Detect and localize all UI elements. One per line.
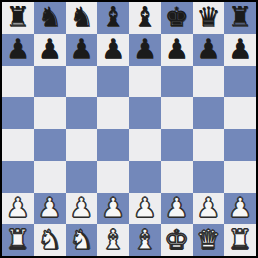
piece-black-pawn[interactable]: ♟ <box>6 35 30 62</box>
square-g4[interactable] <box>193 129 225 161</box>
piece-black-queen[interactable]: ♛ <box>196 3 220 30</box>
square-d3[interactable] <box>97 161 129 193</box>
piece-white-rook[interactable]: ♜ <box>228 226 252 253</box>
piece-black-pawn[interactable]: ♟ <box>196 35 220 62</box>
square-d1[interactable]: ♝ <box>97 224 129 256</box>
square-a4[interactable] <box>2 129 34 161</box>
square-c4[interactable] <box>66 129 98 161</box>
square-f8[interactable]: ♚ <box>161 2 193 34</box>
square-h5[interactable] <box>224 97 256 129</box>
piece-white-queen[interactable]: ♛ <box>196 226 220 253</box>
piece-black-pawn[interactable]: ♟ <box>228 35 252 62</box>
square-c7[interactable]: ♟ <box>66 34 98 66</box>
piece-white-knight[interactable]: ♞ <box>69 226 93 253</box>
square-d6[interactable] <box>97 66 129 98</box>
square-e6[interactable] <box>129 66 161 98</box>
square-c2[interactable]: ♟ <box>66 193 98 225</box>
piece-black-king[interactable]: ♚ <box>165 3 189 30</box>
piece-black-bishop[interactable]: ♝ <box>101 3 125 30</box>
square-e7[interactable]: ♟ <box>129 34 161 66</box>
square-c1[interactable]: ♞ <box>66 224 98 256</box>
piece-white-pawn[interactable]: ♟ <box>228 194 252 221</box>
square-b8[interactable]: ♞ <box>34 2 66 34</box>
square-h7[interactable]: ♟ <box>224 34 256 66</box>
square-f6[interactable] <box>161 66 193 98</box>
piece-white-knight[interactable]: ♞ <box>38 226 62 253</box>
square-c5[interactable] <box>66 97 98 129</box>
square-e8[interactable]: ♝ <box>129 2 161 34</box>
square-b1[interactable]: ♞ <box>34 224 66 256</box>
square-c6[interactable] <box>66 66 98 98</box>
square-b3[interactable] <box>34 161 66 193</box>
piece-white-rook[interactable]: ♜ <box>6 226 30 253</box>
square-g3[interactable] <box>193 161 225 193</box>
piece-white-bishop[interactable]: ♝ <box>133 226 157 253</box>
square-a1[interactable]: ♜ <box>2 224 34 256</box>
square-a8[interactable]: ♜ <box>2 2 34 34</box>
square-h1[interactable]: ♜ <box>224 224 256 256</box>
square-a2[interactable]: ♟ <box>2 193 34 225</box>
square-d7[interactable]: ♟ <box>97 34 129 66</box>
piece-black-pawn[interactable]: ♟ <box>101 35 125 62</box>
square-h3[interactable] <box>224 161 256 193</box>
piece-white-pawn[interactable]: ♟ <box>133 194 157 221</box>
piece-white-pawn[interactable]: ♟ <box>38 194 62 221</box>
piece-black-knight[interactable]: ♞ <box>69 3 93 30</box>
square-g6[interactable] <box>193 66 225 98</box>
square-f2[interactable]: ♟ <box>161 193 193 225</box>
square-d8[interactable]: ♝ <box>97 2 129 34</box>
piece-black-bishop[interactable]: ♝ <box>133 3 157 30</box>
square-h6[interactable] <box>224 66 256 98</box>
square-e2[interactable]: ♟ <box>129 193 161 225</box>
piece-black-knight[interactable]: ♞ <box>38 3 62 30</box>
square-d5[interactable] <box>97 97 129 129</box>
square-a3[interactable] <box>2 161 34 193</box>
square-e1[interactable]: ♝ <box>129 224 161 256</box>
square-h2[interactable]: ♟ <box>224 193 256 225</box>
square-a5[interactable] <box>2 97 34 129</box>
piece-black-pawn[interactable]: ♟ <box>165 35 189 62</box>
square-f1[interactable]: ♚ <box>161 224 193 256</box>
square-f3[interactable] <box>161 161 193 193</box>
square-b4[interactable] <box>34 129 66 161</box>
square-e5[interactable] <box>129 97 161 129</box>
piece-black-pawn[interactable]: ♟ <box>133 35 157 62</box>
square-h4[interactable] <box>224 129 256 161</box>
square-g8[interactable]: ♛ <box>193 2 225 34</box>
square-e3[interactable] <box>129 161 161 193</box>
square-b6[interactable] <box>34 66 66 98</box>
piece-white-king[interactable]: ♚ <box>165 226 189 253</box>
piece-white-pawn[interactable]: ♟ <box>69 194 93 221</box>
piece-white-pawn[interactable]: ♟ <box>6 194 30 221</box>
square-f4[interactable] <box>161 129 193 161</box>
piece-black-rook[interactable]: ♜ <box>6 3 30 30</box>
square-a7[interactable]: ♟ <box>2 34 34 66</box>
square-c3[interactable] <box>66 161 98 193</box>
square-g1[interactable]: ♛ <box>193 224 225 256</box>
piece-white-pawn[interactable]: ♟ <box>101 194 125 221</box>
square-g2[interactable]: ♟ <box>193 193 225 225</box>
square-c8[interactable]: ♞ <box>66 2 98 34</box>
square-g5[interactable] <box>193 97 225 129</box>
square-f7[interactable]: ♟ <box>161 34 193 66</box>
square-d2[interactable]: ♟ <box>97 193 129 225</box>
piece-black-pawn[interactable]: ♟ <box>69 35 93 62</box>
piece-black-rook[interactable]: ♜ <box>228 3 252 30</box>
square-b5[interactable] <box>34 97 66 129</box>
square-d4[interactable] <box>97 129 129 161</box>
square-e4[interactable] <box>129 129 161 161</box>
piece-white-pawn[interactable]: ♟ <box>196 194 220 221</box>
square-f5[interactable] <box>161 97 193 129</box>
piece-black-pawn[interactable]: ♟ <box>38 35 62 62</box>
square-b2[interactable]: ♟ <box>34 193 66 225</box>
square-b7[interactable]: ♟ <box>34 34 66 66</box>
piece-white-pawn[interactable]: ♟ <box>165 194 189 221</box>
board-grid: ♜♞♞♝♝♚♛♜♟♟♟♟♟♟♟♟♟♟♟♟♟♟♟♟♜♞♞♝♝♚♛♜ <box>2 2 256 256</box>
square-h8[interactable]: ♜ <box>224 2 256 34</box>
chess-board: ♜♞♞♝♝♚♛♜♟♟♟♟♟♟♟♟♟♟♟♟♟♟♟♟♜♞♞♝♝♚♛♜ <box>0 0 258 258</box>
piece-white-bishop[interactable]: ♝ <box>101 226 125 253</box>
square-g7[interactable]: ♟ <box>193 34 225 66</box>
square-a6[interactable] <box>2 66 34 98</box>
